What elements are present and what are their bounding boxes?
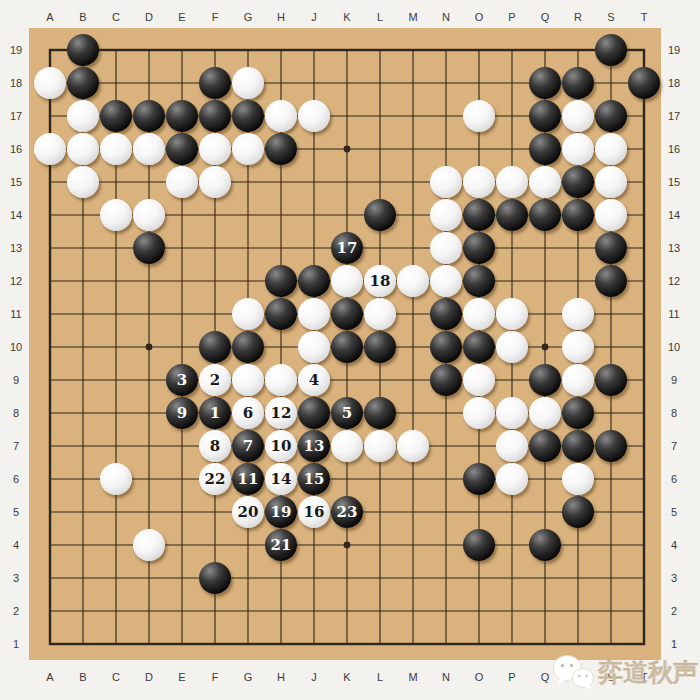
- stone-P10: [496, 331, 528, 363]
- stone-G6: 11: [232, 463, 264, 495]
- row-label-left-15: 15: [5, 176, 27, 188]
- move-number: 13: [304, 439, 325, 454]
- stone-H8: 12: [265, 397, 297, 429]
- move-number: 15: [304, 472, 325, 487]
- stone-E17: [166, 100, 198, 132]
- row-label-left-3: 3: [5, 572, 27, 584]
- col-label-top-P: P: [508, 11, 515, 23]
- col-label-bottom-L: L: [377, 671, 383, 683]
- col-label-bottom-K: K: [343, 671, 350, 683]
- row-label-left-17: 17: [5, 110, 27, 122]
- col-label-bottom-D: D: [145, 671, 153, 683]
- stone-H5: 19: [265, 496, 297, 528]
- stone-L11: [364, 298, 396, 330]
- move-number: 19: [271, 505, 292, 520]
- stone-R14: [562, 199, 594, 231]
- stone-E9: 3: [166, 364, 198, 396]
- stone-H6: 14: [265, 463, 297, 495]
- stone-S16: [595, 133, 627, 165]
- stone-G7: 7: [232, 430, 264, 462]
- stone-S17: [595, 100, 627, 132]
- watermark: 弈道秋声: [550, 652, 698, 692]
- col-label-bottom-O: O: [475, 671, 484, 683]
- star-point-K16: [344, 146, 351, 153]
- col-label-bottom-H: H: [277, 671, 285, 683]
- stone-N13: [430, 232, 462, 264]
- row-label-right-14: 14: [663, 209, 685, 221]
- stone-K10: [331, 331, 363, 363]
- col-label-top-K: K: [343, 11, 350, 23]
- stone-O9: [463, 364, 495, 396]
- stone-G5: 20: [232, 496, 264, 528]
- star-point-K4: [344, 542, 351, 549]
- move-number: 9: [177, 406, 187, 421]
- row-label-left-18: 18: [5, 77, 27, 89]
- move-number: 2: [210, 373, 220, 388]
- stone-K12: [331, 265, 363, 297]
- stone-P6: [496, 463, 528, 495]
- stone-H9: [265, 364, 297, 396]
- stone-Q9: [529, 364, 561, 396]
- stone-R17: [562, 100, 594, 132]
- stone-C17: [100, 100, 132, 132]
- row-label-right-7: 7: [663, 440, 685, 452]
- col-label-bottom-P: P: [508, 671, 515, 683]
- col-label-bottom-G: G: [244, 671, 253, 683]
- row-label-right-2: 2: [663, 605, 685, 617]
- stone-N11: [430, 298, 462, 330]
- row-label-left-10: 10: [5, 341, 27, 353]
- move-number: 8: [210, 439, 220, 454]
- stone-B17: [67, 100, 99, 132]
- row-label-right-10: 10: [663, 341, 685, 353]
- row-label-left-19: 19: [5, 44, 27, 56]
- move-number: 7: [243, 439, 253, 454]
- stone-A16: [34, 133, 66, 165]
- stone-G10: [232, 331, 264, 363]
- row-label-right-3: 3: [663, 572, 685, 584]
- col-label-bottom-M: M: [408, 671, 417, 683]
- watermark-text: 弈道秋声: [598, 656, 698, 689]
- col-label-top-N: N: [442, 11, 450, 23]
- stone-P15: [496, 166, 528, 198]
- move-number: 22: [205, 472, 226, 487]
- move-number: 21: [271, 538, 292, 553]
- stone-J17: [298, 100, 330, 132]
- stone-B16: [67, 133, 99, 165]
- stone-L12: 18: [364, 265, 396, 297]
- stone-N14: [430, 199, 462, 231]
- stone-M12: [397, 265, 429, 297]
- stone-J7: 13: [298, 430, 330, 462]
- stone-F16: [199, 133, 231, 165]
- stone-E16: [166, 133, 198, 165]
- stone-F18: [199, 67, 231, 99]
- stone-K11: [331, 298, 363, 330]
- row-label-left-12: 12: [5, 275, 27, 287]
- stone-O14: [463, 199, 495, 231]
- stone-O4: [463, 529, 495, 561]
- stone-G11: [232, 298, 264, 330]
- col-label-top-J: J: [311, 11, 317, 23]
- stone-J10: [298, 331, 330, 363]
- star-point-Q10: [542, 344, 549, 351]
- col-label-bottom-C: C: [112, 671, 120, 683]
- stone-B19: [67, 34, 99, 66]
- stone-N9: [430, 364, 462, 396]
- col-label-top-Q: Q: [541, 11, 550, 23]
- row-label-right-17: 17: [663, 110, 685, 122]
- stone-L14: [364, 199, 396, 231]
- stone-D4: [133, 529, 165, 561]
- stone-P7: [496, 430, 528, 462]
- stone-J11: [298, 298, 330, 330]
- row-label-left-14: 14: [5, 209, 27, 221]
- move-number: 6: [243, 406, 253, 421]
- stone-R18: [562, 67, 594, 99]
- stone-S19: [595, 34, 627, 66]
- move-number: 12: [271, 406, 292, 421]
- stone-H11: [265, 298, 297, 330]
- stone-J5: 16: [298, 496, 330, 528]
- stone-Q15: [529, 166, 561, 198]
- col-label-bottom-F: F: [212, 671, 219, 683]
- stone-G18: [232, 67, 264, 99]
- stone-B18: [67, 67, 99, 99]
- stone-F9: 2: [199, 364, 231, 396]
- wechat-icon: [550, 653, 596, 691]
- col-label-top-A: A: [46, 11, 53, 23]
- row-label-right-12: 12: [663, 275, 685, 287]
- col-label-top-H: H: [277, 11, 285, 23]
- stone-D16: [133, 133, 165, 165]
- row-label-left-7: 7: [5, 440, 27, 452]
- stone-O8: [463, 397, 495, 429]
- col-label-bottom-B: B: [79, 671, 86, 683]
- stone-R11: [562, 298, 594, 330]
- row-label-right-11: 11: [663, 308, 685, 320]
- stone-B15: [67, 166, 99, 198]
- stone-Q4: [529, 529, 561, 561]
- stone-Q18: [529, 67, 561, 99]
- move-number: 1: [210, 406, 220, 421]
- stone-C16: [100, 133, 132, 165]
- row-label-left-1: 1: [5, 638, 27, 650]
- col-label-top-T: T: [641, 11, 648, 23]
- row-label-right-9: 9: [663, 374, 685, 386]
- star-point-D10: [146, 344, 153, 351]
- stone-S13: [595, 232, 627, 264]
- stone-F6: 22: [199, 463, 231, 495]
- move-number: 10: [271, 439, 292, 454]
- move-number: 3: [177, 373, 187, 388]
- stone-P11: [496, 298, 528, 330]
- stone-K5: 23: [331, 496, 363, 528]
- stone-G16: [232, 133, 264, 165]
- stone-S7: [595, 430, 627, 462]
- stone-R7: [562, 430, 594, 462]
- stone-O6: [463, 463, 495, 495]
- col-label-top-F: F: [212, 11, 219, 23]
- stone-D17: [133, 100, 165, 132]
- move-number: 4: [309, 373, 319, 388]
- stone-E15: [166, 166, 198, 198]
- stone-J8: [298, 397, 330, 429]
- col-label-top-R: R: [574, 11, 582, 23]
- stone-F15: [199, 166, 231, 198]
- stone-J12: [298, 265, 330, 297]
- row-label-left-5: 5: [5, 506, 27, 518]
- stone-F7: 8: [199, 430, 231, 462]
- stone-S15: [595, 166, 627, 198]
- move-number: 5: [342, 406, 352, 421]
- stone-G17: [232, 100, 264, 132]
- move-number: 18: [370, 274, 391, 289]
- stone-H4: 21: [265, 529, 297, 561]
- stone-F17: [199, 100, 231, 132]
- col-label-top-M: M: [408, 11, 417, 23]
- row-label-right-8: 8: [663, 407, 685, 419]
- row-label-left-11: 11: [5, 308, 27, 320]
- stone-L8: [364, 397, 396, 429]
- stone-O11: [463, 298, 495, 330]
- move-number: 23: [337, 505, 358, 520]
- col-label-top-L: L: [377, 11, 383, 23]
- stone-F3: [199, 562, 231, 594]
- stone-N15: [430, 166, 462, 198]
- stone-L10: [364, 331, 396, 363]
- col-label-top-O: O: [475, 11, 484, 23]
- stone-O10: [463, 331, 495, 363]
- row-label-left-6: 6: [5, 473, 27, 485]
- stone-R8: [562, 397, 594, 429]
- stone-D14: [133, 199, 165, 231]
- stone-K13: 17: [331, 232, 363, 264]
- stone-H16: [265, 133, 297, 165]
- stone-H7: 10: [265, 430, 297, 462]
- col-label-top-C: C: [112, 11, 120, 23]
- stone-R16: [562, 133, 594, 165]
- col-label-bottom-N: N: [442, 671, 450, 683]
- stone-L7: [364, 430, 396, 462]
- row-label-left-4: 4: [5, 539, 27, 551]
- stone-N12: [430, 265, 462, 297]
- row-label-right-4: 4: [663, 539, 685, 551]
- stone-D13: [133, 232, 165, 264]
- col-label-bottom-A: A: [46, 671, 53, 683]
- row-label-right-18: 18: [663, 77, 685, 89]
- stone-Q7: [529, 430, 561, 462]
- stone-R15: [562, 166, 594, 198]
- row-label-left-8: 8: [5, 407, 27, 419]
- stone-F8: 1: [199, 397, 231, 429]
- stone-C14: [100, 199, 132, 231]
- stone-O17: [463, 100, 495, 132]
- stone-G9: [232, 364, 264, 396]
- stone-J6: 15: [298, 463, 330, 495]
- row-label-right-5: 5: [663, 506, 685, 518]
- move-number: 16: [304, 505, 325, 520]
- stone-S12: [595, 265, 627, 297]
- col-label-top-E: E: [178, 11, 185, 23]
- col-label-bottom-E: E: [178, 671, 185, 683]
- stone-Q14: [529, 199, 561, 231]
- col-label-top-S: S: [607, 11, 614, 23]
- row-label-right-16: 16: [663, 143, 685, 155]
- row-label-left-9: 9: [5, 374, 27, 386]
- stone-O13: [463, 232, 495, 264]
- stone-R5: [562, 496, 594, 528]
- col-label-top-G: G: [244, 11, 253, 23]
- move-number: 17: [337, 241, 358, 256]
- stone-A18: [34, 67, 66, 99]
- col-label-bottom-J: J: [311, 671, 317, 683]
- stone-T18: [628, 67, 660, 99]
- stone-E8: 9: [166, 397, 198, 429]
- stone-R9: [562, 364, 594, 396]
- move-number: 20: [238, 505, 259, 520]
- row-label-right-15: 15: [663, 176, 685, 188]
- stone-Q16: [529, 133, 561, 165]
- stone-H17: [265, 100, 297, 132]
- row-label-right-19: 19: [663, 44, 685, 56]
- stone-P8: [496, 397, 528, 429]
- stone-G8: 6: [232, 397, 264, 429]
- row-label-left-2: 2: [5, 605, 27, 617]
- row-label-right-1: 1: [663, 638, 685, 650]
- col-label-top-B: B: [79, 11, 86, 23]
- row-label-right-13: 13: [663, 242, 685, 254]
- stone-K8: 5: [331, 397, 363, 429]
- stone-N10: [430, 331, 462, 363]
- row-label-right-6: 6: [663, 473, 685, 485]
- stone-S9: [595, 364, 627, 396]
- stone-M7: [397, 430, 429, 462]
- stone-S14: [595, 199, 627, 231]
- stone-Q8: [529, 397, 561, 429]
- move-number: 14: [271, 472, 292, 487]
- stone-H12: [265, 265, 297, 297]
- stone-Q17: [529, 100, 561, 132]
- go-board: 1718324916125871013221114152019162321: [29, 28, 661, 660]
- row-label-left-16: 16: [5, 143, 27, 155]
- stone-O12: [463, 265, 495, 297]
- stone-J9: 4: [298, 364, 330, 396]
- col-label-bottom-Q: Q: [541, 671, 550, 683]
- page: { "game": "go", "board": { "size": 19, "…: [0, 0, 700, 700]
- stone-P14: [496, 199, 528, 231]
- stone-O15: [463, 166, 495, 198]
- move-number: 11: [238, 472, 259, 487]
- stone-R6: [562, 463, 594, 495]
- stone-R10: [562, 331, 594, 363]
- stone-C6: [100, 463, 132, 495]
- row-label-left-13: 13: [5, 242, 27, 254]
- stone-F10: [199, 331, 231, 363]
- stone-K7: [331, 430, 363, 462]
- col-label-top-D: D: [145, 11, 153, 23]
